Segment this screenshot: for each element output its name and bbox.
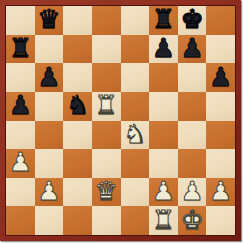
piece-black-queen[interactable]: ♛	[37, 6, 60, 32]
square-d8[interactable]	[92, 6, 121, 35]
square-h8[interactable]	[206, 6, 235, 35]
piece-white-pawn[interactable]: ♟	[180, 178, 203, 204]
square-a4[interactable]	[6, 121, 35, 150]
square-c5[interactable]: ♞	[63, 92, 92, 121]
piece-white-pawn[interactable]: ♟	[209, 178, 232, 204]
piece-black-pawn[interactable]: ♟	[180, 35, 203, 61]
square-g3[interactable]	[178, 149, 207, 178]
square-b6[interactable]: ♟	[35, 63, 64, 92]
square-d7[interactable]	[92, 35, 121, 64]
square-d6[interactable]	[92, 63, 121, 92]
square-c4[interactable]	[63, 121, 92, 150]
chess-board-frame: ♛♜♚♜♟♟♟♟♟♞♜♞♟♟♛♟♟♟♜♚	[0, 0, 241, 241]
square-h1[interactable]	[206, 206, 235, 235]
square-e7[interactable]	[121, 35, 150, 64]
square-a1[interactable]	[6, 206, 35, 235]
square-d1[interactable]	[92, 206, 121, 235]
square-f3[interactable]	[149, 149, 178, 178]
square-e4[interactable]: ♞	[121, 121, 150, 150]
square-b8[interactable]: ♛	[35, 6, 64, 35]
square-e2[interactable]	[121, 178, 150, 207]
square-f1[interactable]: ♜	[149, 206, 178, 235]
piece-white-pawn[interactable]: ♟	[37, 178, 60, 204]
square-e5[interactable]	[121, 92, 150, 121]
square-g5[interactable]	[178, 92, 207, 121]
piece-black-rook[interactable]: ♜	[9, 35, 32, 61]
square-a7[interactable]: ♜	[6, 35, 35, 64]
square-c3[interactable]	[63, 149, 92, 178]
piece-black-king[interactable]: ♚	[180, 6, 203, 32]
square-h5[interactable]	[206, 92, 235, 121]
square-f8[interactable]: ♜	[149, 6, 178, 35]
square-d2[interactable]: ♛	[92, 178, 121, 207]
square-b3[interactable]	[35, 149, 64, 178]
square-g1[interactable]: ♚	[178, 206, 207, 235]
chess-board-inner-border: ♛♜♚♜♟♟♟♟♟♞♜♞♟♟♛♟♟♟♜♚	[5, 5, 236, 236]
piece-black-knight[interactable]: ♞	[66, 92, 89, 118]
piece-white-knight[interactable]: ♞	[123, 121, 146, 147]
square-h3[interactable]	[206, 149, 235, 178]
square-b7[interactable]	[35, 35, 64, 64]
square-a8[interactable]	[6, 6, 35, 35]
square-d4[interactable]	[92, 121, 121, 150]
square-e6[interactable]	[121, 63, 150, 92]
square-c8[interactable]	[63, 6, 92, 35]
piece-black-pawn[interactable]: ♟	[37, 64, 60, 90]
square-a6[interactable]	[6, 63, 35, 92]
piece-white-pawn[interactable]: ♟	[9, 149, 32, 175]
square-e1[interactable]	[121, 206, 150, 235]
square-g8[interactable]: ♚	[178, 6, 207, 35]
square-c6[interactable]	[63, 63, 92, 92]
piece-white-rook[interactable]: ♜	[152, 207, 175, 233]
square-f4[interactable]	[149, 121, 178, 150]
piece-white-pawn[interactable]: ♟	[152, 178, 175, 204]
square-d5[interactable]: ♜	[92, 92, 121, 121]
square-g6[interactable]	[178, 63, 207, 92]
square-h6[interactable]: ♟	[206, 63, 235, 92]
square-c7[interactable]	[63, 35, 92, 64]
square-f5[interactable]	[149, 92, 178, 121]
square-d3[interactable]	[92, 149, 121, 178]
piece-black-pawn[interactable]: ♟	[9, 92, 32, 118]
piece-white-rook[interactable]: ♜	[95, 92, 118, 118]
square-b5[interactable]	[35, 92, 64, 121]
piece-white-king[interactable]: ♚	[180, 207, 203, 233]
piece-black-rook[interactable]: ♜	[152, 6, 175, 32]
square-e3[interactable]	[121, 149, 150, 178]
square-h7[interactable]	[206, 35, 235, 64]
square-c2[interactable]	[63, 178, 92, 207]
square-a2[interactable]	[6, 178, 35, 207]
square-h2[interactable]: ♟	[206, 178, 235, 207]
piece-black-pawn[interactable]: ♟	[152, 35, 175, 61]
square-g4[interactable]	[178, 121, 207, 150]
square-f7[interactable]: ♟	[149, 35, 178, 64]
square-a5[interactable]: ♟	[6, 92, 35, 121]
square-b4[interactable]	[35, 121, 64, 150]
square-e8[interactable]	[121, 6, 150, 35]
piece-black-pawn[interactable]: ♟	[209, 64, 232, 90]
piece-white-queen[interactable]: ♛	[95, 178, 118, 204]
square-h4[interactable]	[206, 121, 235, 150]
square-g2[interactable]: ♟	[178, 178, 207, 207]
square-b2[interactable]: ♟	[35, 178, 64, 207]
square-f2[interactable]: ♟	[149, 178, 178, 207]
square-a3[interactable]: ♟	[6, 149, 35, 178]
square-g7[interactable]: ♟	[178, 35, 207, 64]
square-b1[interactable]	[35, 206, 64, 235]
square-f6[interactable]	[149, 63, 178, 92]
square-c1[interactable]	[63, 206, 92, 235]
chess-board: ♛♜♚♜♟♟♟♟♟♞♜♞♟♟♛♟♟♟♜♚	[6, 6, 235, 235]
